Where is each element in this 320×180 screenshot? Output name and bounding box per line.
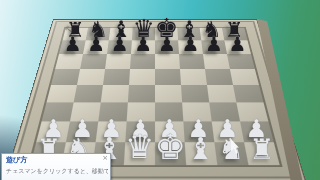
how-to-play-tooltip: 遊び方 × チェスマンをクリックすると、移動できるマスが表示されます。 xyxy=(1,153,111,180)
piece-black-pawn-f7[interactable]: ♟ xyxy=(181,35,199,55)
piece-black-pawn-d7[interactable]: ♟ xyxy=(134,35,152,55)
close-icon[interactable]: × xyxy=(102,155,108,162)
piece-black-pawn-e7[interactable]: ♟ xyxy=(158,35,176,55)
piece-white-king-e1[interactable]: ♚ xyxy=(154,128,185,163)
tooltip-body-text: チェスマンをクリックすると、移動できるマスが表示されます。 xyxy=(6,167,108,176)
piece-black-pawn-g7[interactable]: ♟ xyxy=(205,35,223,55)
piece-white-bishop-f1[interactable]: ♝ xyxy=(187,133,214,163)
tooltip-title: 遊び方 xyxy=(6,156,106,165)
piece-white-rook-h1[interactable]: ♜ xyxy=(249,135,274,163)
piece-black-pawn-b7[interactable]: ♟ xyxy=(87,35,105,55)
piece-white-queen-d1[interactable]: ♛ xyxy=(125,131,154,164)
piece-black-pawn-h7[interactable]: ♟ xyxy=(228,35,246,55)
chess-titans-screen: ↖ ♜♞♝♛♚♝♞♜♟♟♟♟♟♟♟♟♟♟♟♟♟♟♟♟♜♞♝♛♚♝♞♜ 遊び方 ×… xyxy=(0,0,320,180)
piece-black-pawn-a7[interactable]: ♟ xyxy=(64,35,82,55)
piece-black-pawn-c7[interactable]: ♟ xyxy=(111,35,129,55)
